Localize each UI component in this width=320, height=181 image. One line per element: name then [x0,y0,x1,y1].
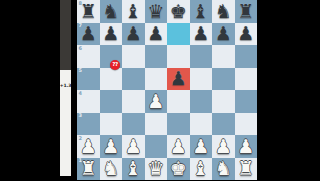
eval-score-label: +1.3 [58,84,73,89]
square-e5[interactable]: ♟ [167,68,190,91]
square-c1[interactable]: ♝ [122,158,145,181]
rank-label-3: 3 [79,113,82,118]
rank-label-5: 5 [79,68,82,73]
square-a7[interactable]: 7♟ [77,23,100,46]
square-d2[interactable] [145,135,168,158]
square-f2[interactable]: ♟ [190,135,213,158]
square-g7[interactable]: ♟ [212,23,235,46]
white-bishop-c1[interactable]: ♝ [122,158,145,181]
square-a4[interactable]: 4 [77,90,100,113]
black-knight-g8[interactable]: ♞ [212,0,235,23]
square-b5[interactable] [100,68,123,91]
square-c7[interactable]: ♟ [122,23,145,46]
white-pawn-a2[interactable]: ♟ [77,135,100,158]
white-bishop-f1[interactable]: ♝ [190,158,213,181]
white-rook-a1[interactable]: ♜ [77,158,100,181]
square-h3[interactable] [235,113,258,136]
white-queen-d1[interactable]: ♛ [145,158,168,181]
square-d3[interactable] [145,113,168,136]
white-knight-g1[interactable]: ♞ [212,158,235,181]
square-f6[interactable] [190,45,213,68]
black-rook-h8[interactable]: ♜ [235,0,258,23]
white-pawn-b2[interactable]: ♟ [100,135,123,158]
black-pawn-h7[interactable]: ♟ [235,23,258,46]
square-h4[interactable] [235,90,258,113]
square-d6[interactable] [145,45,168,68]
black-pawn-g7[interactable]: ♟ [212,23,235,46]
square-f8[interactable]: ♝ [190,0,213,23]
square-c5[interactable] [122,68,145,91]
rank-label-4: 4 [79,91,82,96]
black-bishop-f8[interactable]: ♝ [190,0,213,23]
black-bishop-c8[interactable]: ♝ [122,0,145,23]
white-pawn-e2[interactable]: ♟ [167,135,190,158]
square-h7[interactable]: ♟ [235,23,258,46]
square-c6[interactable] [122,45,145,68]
square-f3[interactable] [190,113,213,136]
black-pawn-b7[interactable]: ♟ [100,23,123,46]
black-knight-b8[interactable]: ♞ [100,0,123,23]
square-a6[interactable]: 6 [77,45,100,68]
square-h2[interactable]: ♟ [235,135,258,158]
black-pawn-d7[interactable]: ♟ [145,23,168,46]
square-c8[interactable]: ♝ [122,0,145,23]
white-king-e1[interactable]: ♚ [167,158,190,181]
white-pawn-c2[interactable]: ♟ [122,135,145,158]
black-queen-d8[interactable]: ♛ [145,0,168,23]
square-e4[interactable] [167,90,190,113]
square-g8[interactable]: ♞ [212,0,235,23]
square-c2[interactable]: ♟ [122,135,145,158]
square-b7[interactable]: ♟ [100,23,123,46]
square-f7[interactable]: ♟ [190,23,213,46]
square-c3[interactable] [122,113,145,136]
square-e1[interactable]: ♚ [167,158,190,181]
square-d8[interactable]: ♛ [145,0,168,23]
black-pawn-a7[interactable]: ♟ [77,23,100,46]
square-e2[interactable]: ♟ [167,135,190,158]
square-f1[interactable]: ♝ [190,158,213,181]
screenshot-root: +1.3 8♜♞♝♛♚♝♞♜7♟♟♟♟♟♟♟65♟4♟32♟♟♟♟♟♟♟1♜♞♝… [0,0,320,180]
square-d5[interactable] [145,68,168,91]
black-pawn-e5[interactable]: ♟ [167,68,190,91]
square-h1[interactable]: ♜ [235,158,258,181]
square-a8[interactable]: 8♜ [77,0,100,23]
square-h5[interactable] [235,68,258,91]
black-rook-a8[interactable]: ♜ [77,0,100,23]
white-rook-h1[interactable]: ♜ [235,158,258,181]
white-pawn-g2[interactable]: ♟ [212,135,235,158]
square-d7[interactable]: ♟ [145,23,168,46]
square-a2[interactable]: 2♟ [77,135,100,158]
square-e3[interactable] [167,113,190,136]
chess-board: 8♜♞♝♛♚♝♞♜7♟♟♟♟♟♟♟65♟4♟32♟♟♟♟♟♟♟1♜♞♝♛♚♝♞♜ [77,0,257,180]
square-e7[interactable] [167,23,190,46]
square-e8[interactable]: ♚ [167,0,190,23]
square-h8[interactable]: ♜ [235,0,258,23]
square-b4[interactable] [100,90,123,113]
white-pawn-h2[interactable]: ♟ [235,135,258,158]
black-king-e8[interactable]: ♚ [167,0,190,23]
square-a5[interactable]: 5 [77,68,100,91]
square-f4[interactable] [190,90,213,113]
black-pawn-f7[interactable]: ♟ [190,23,213,46]
rank-label-6: 6 [79,46,82,51]
black-pawn-c7[interactable]: ♟ [122,23,145,46]
square-b3[interactable] [100,113,123,136]
white-pawn-d4[interactable]: ♟ [145,90,168,113]
white-pawn-f2[interactable]: ♟ [190,135,213,158]
square-a3[interactable]: 3 [77,113,100,136]
square-g1[interactable]: ♞ [212,158,235,181]
square-d1[interactable]: ♛ [145,158,168,181]
square-e6[interactable] [167,45,190,68]
square-g3[interactable] [212,113,235,136]
square-b2[interactable]: ♟ [100,135,123,158]
eval-bar-black-section [60,0,71,70]
square-b8[interactable]: ♞ [100,0,123,23]
square-c4[interactable] [122,90,145,113]
square-f5[interactable] [190,68,213,91]
square-a1[interactable]: 1♜ [77,158,100,181]
square-g4[interactable] [212,90,235,113]
square-g2[interactable]: ♟ [212,135,235,158]
blunder-badge: ?? [110,60,120,70]
square-g5[interactable] [212,68,235,91]
square-d4[interactable]: ♟ [145,90,168,113]
square-h6[interactable] [235,45,258,68]
square-g6[interactable] [212,45,235,68]
square-b1[interactable]: ♞ [100,158,123,181]
white-knight-b1[interactable]: ♞ [100,158,123,181]
